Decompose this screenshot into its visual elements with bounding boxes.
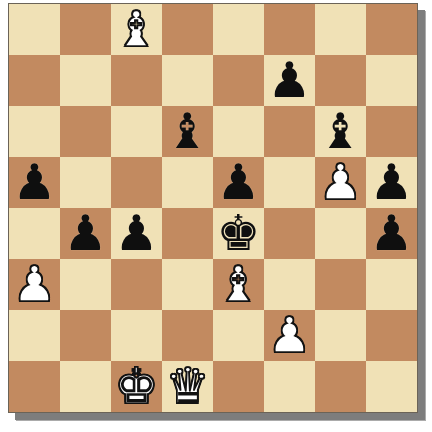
- square-a7[interactable]: [9, 55, 60, 106]
- black-pawn-f7: ♟: [268, 55, 312, 106]
- square-e1[interactable]: [213, 361, 264, 412]
- square-c3[interactable]: [111, 259, 162, 310]
- square-d8[interactable]: [162, 4, 213, 55]
- square-c4[interactable]: ♟: [111, 208, 162, 259]
- square-b2[interactable]: [60, 310, 111, 361]
- square-b4[interactable]: ♟: [60, 208, 111, 259]
- white-pawn-f2: ♟: [268, 310, 312, 361]
- square-g7[interactable]: [315, 55, 366, 106]
- square-h1[interactable]: [366, 361, 417, 412]
- black-pawn-c4: ♟: [115, 208, 159, 259]
- black-bishop-d6: ♝: [166, 106, 210, 157]
- square-f2[interactable]: ♟: [264, 310, 315, 361]
- white-queen-d1: ♛: [166, 361, 210, 412]
- square-c1[interactable]: ♚: [111, 361, 162, 412]
- square-h5[interactable]: ♟: [366, 157, 417, 208]
- square-g4[interactable]: [315, 208, 366, 259]
- square-a1[interactable]: [9, 361, 60, 412]
- black-king-e4: ♚: [217, 208, 261, 259]
- square-g5[interactable]: ♟: [315, 157, 366, 208]
- square-b6[interactable]: [60, 106, 111, 157]
- white-bishop-e3: ♝: [217, 259, 261, 310]
- black-pawn-a5: ♟: [13, 157, 57, 208]
- square-c6[interactable]: [111, 106, 162, 157]
- square-f1[interactable]: [264, 361, 315, 412]
- square-d6[interactable]: ♝: [162, 106, 213, 157]
- square-c2[interactable]: [111, 310, 162, 361]
- square-c8[interactable]: ♝: [111, 4, 162, 55]
- square-d4[interactable]: [162, 208, 213, 259]
- square-d1[interactable]: ♛: [162, 361, 213, 412]
- square-c7[interactable]: [111, 55, 162, 106]
- square-b8[interactable]: [60, 4, 111, 55]
- white-bishop-c8: ♝: [115, 4, 159, 55]
- square-h8[interactable]: [366, 4, 417, 55]
- square-g8[interactable]: [315, 4, 366, 55]
- square-f5[interactable]: [264, 157, 315, 208]
- square-f3[interactable]: [264, 259, 315, 310]
- square-f4[interactable]: [264, 208, 315, 259]
- square-h6[interactable]: [366, 106, 417, 157]
- square-g3[interactable]: [315, 259, 366, 310]
- square-g1[interactable]: [315, 361, 366, 412]
- square-b1[interactable]: [60, 361, 111, 412]
- square-e5[interactable]: ♟: [213, 157, 264, 208]
- square-d2[interactable]: [162, 310, 213, 361]
- square-a6[interactable]: [9, 106, 60, 157]
- black-pawn-b4: ♟: [64, 208, 108, 259]
- square-h4[interactable]: ♟: [366, 208, 417, 259]
- square-a2[interactable]: [9, 310, 60, 361]
- square-f6[interactable]: [264, 106, 315, 157]
- square-e3[interactable]: ♝: [213, 259, 264, 310]
- black-pawn-h4: ♟: [370, 208, 414, 259]
- black-pawn-e5: ♟: [217, 157, 261, 208]
- square-e2[interactable]: [213, 310, 264, 361]
- white-pawn-a3: ♟: [13, 259, 57, 310]
- square-a8[interactable]: [9, 4, 60, 55]
- square-a5[interactable]: ♟: [9, 157, 60, 208]
- square-h3[interactable]: [366, 259, 417, 310]
- square-a3[interactable]: ♟: [9, 259, 60, 310]
- square-d5[interactable]: [162, 157, 213, 208]
- square-f7[interactable]: ♟: [264, 55, 315, 106]
- square-b7[interactable]: [60, 55, 111, 106]
- square-f8[interactable]: [264, 4, 315, 55]
- square-b3[interactable]: [60, 259, 111, 310]
- square-e6[interactable]: [213, 106, 264, 157]
- square-g6[interactable]: ♝: [315, 106, 366, 157]
- black-bishop-g6: ♝: [319, 106, 363, 157]
- chess-board-frame: ♝♟♝♝♟♟♟♟♟♟♚♟♟♝♟♚♛: [8, 3, 418, 413]
- square-g2[interactable]: [315, 310, 366, 361]
- white-pawn-g5: ♟: [319, 157, 363, 208]
- chess-board: ♝♟♝♝♟♟♟♟♟♟♚♟♟♝♟♚♛: [9, 4, 417, 412]
- square-a4[interactable]: [9, 208, 60, 259]
- square-e7[interactable]: [213, 55, 264, 106]
- square-h2[interactable]: [366, 310, 417, 361]
- square-h7[interactable]: [366, 55, 417, 106]
- page: ♝♟♝♝♟♟♟♟♟♟♚♟♟♝♟♚♛: [0, 0, 432, 432]
- square-d7[interactable]: [162, 55, 213, 106]
- square-c5[interactable]: [111, 157, 162, 208]
- white-king-c1: ♚: [115, 361, 159, 412]
- square-b5[interactable]: [60, 157, 111, 208]
- square-e4[interactable]: ♚: [213, 208, 264, 259]
- square-e8[interactable]: [213, 4, 264, 55]
- black-pawn-h5: ♟: [370, 157, 414, 208]
- square-d3[interactable]: [162, 259, 213, 310]
